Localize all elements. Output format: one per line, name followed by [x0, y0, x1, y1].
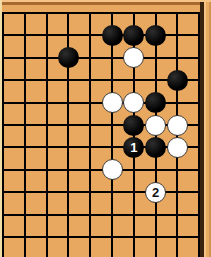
stone-white: [167, 137, 188, 158]
board-right-margin: [204, 0, 211, 257]
grid-line-horizontal: [0, 214, 200, 216]
grid-line-horizontal: [0, 169, 200, 171]
stone-white-move-2: 2: [145, 182, 166, 203]
stone-black: [123, 115, 144, 136]
board-top-border: [0, 2, 211, 5]
stone-white: [102, 92, 123, 113]
go-board[interactable]: 12: [0, 0, 211, 257]
grid-line-vertical: [89, 12, 91, 257]
move-number: 1: [130, 141, 137, 154]
stone-black-move-1: 1: [123, 137, 144, 158]
left-crop-edge: [0, 0, 2, 257]
board-right-outer-edge: [209, 0, 211, 257]
grid-line-horizontal: [0, 191, 200, 193]
grid-line-vertical: [46, 12, 48, 257]
stone-black: [145, 92, 166, 113]
grid-line-vertical: [111, 12, 113, 257]
stone-white: [145, 115, 166, 136]
stone-white: [123, 92, 144, 113]
board-corner-highlight: [204, 0, 211, 2]
grid-line-horizontal: [0, 12, 200, 14]
stone-white: [102, 159, 123, 180]
grid-line-horizontal: [0, 57, 200, 59]
stone-black: [167, 70, 188, 91]
stone-black: [58, 47, 79, 68]
stone-black: [123, 25, 144, 46]
stone-white: [167, 115, 188, 136]
stone-black: [102, 25, 123, 46]
grid-line-vertical: [2, 12, 4, 257]
stone-white: [123, 47, 144, 68]
stone-black: [145, 137, 166, 158]
grid-line-horizontal: [0, 236, 200, 238]
grid-line-vertical: [24, 12, 26, 257]
grid-line-horizontal: [0, 34, 200, 36]
move-number: 2: [152, 186, 159, 199]
stone-black: [145, 25, 166, 46]
board-right-highlight: [204, 0, 206, 257]
grid-line-horizontal: [0, 102, 200, 104]
